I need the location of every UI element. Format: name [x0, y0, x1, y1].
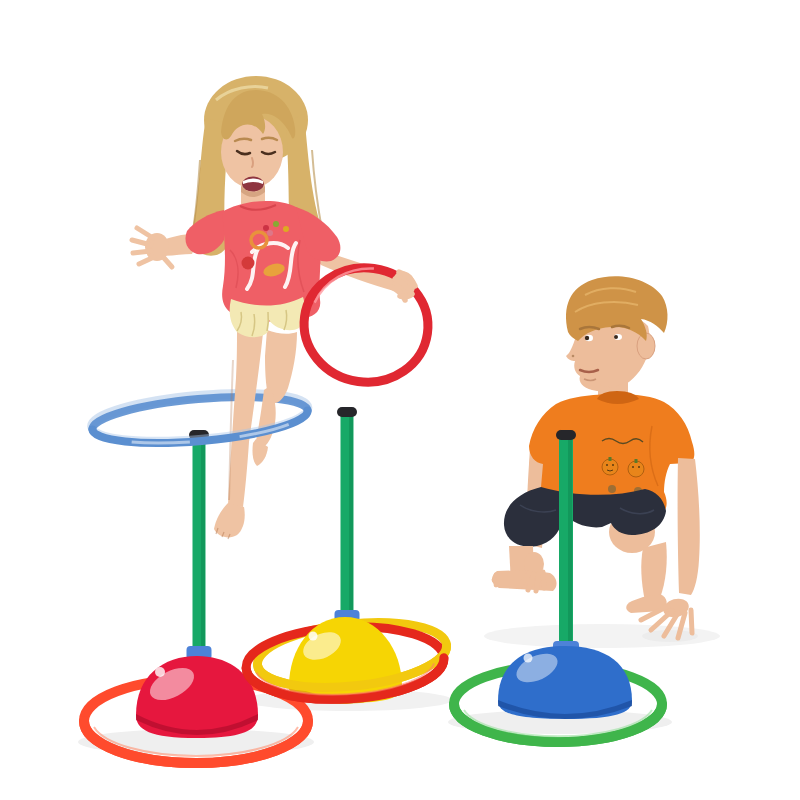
product-photo-ring-toss: [0, 0, 800, 800]
girl-nose: [252, 158, 253, 167]
left-pole-shade: [201, 436, 205, 660]
middle-pole-shade: [349, 413, 353, 620]
boy-eye: [585, 336, 589, 340]
girl-shirt: [185, 201, 340, 322]
girl-player: [132, 76, 395, 539]
middle-pole-cap: [337, 407, 357, 417]
pumpkin-icon2: [628, 461, 644, 477]
boy-right-arm: [678, 458, 700, 595]
base-yellow-group: [244, 614, 449, 704]
right-pole-shade: [568, 436, 572, 648]
pumpkin-icon: [602, 459, 618, 475]
boy-eye2: [614, 335, 618, 339]
post-left: [187, 430, 212, 660]
girl-skin: [145, 116, 395, 537]
ring-toss-illustration: [0, 0, 800, 800]
girl-right-foot: [214, 503, 245, 537]
boy-player: [492, 276, 700, 638]
boy-legs: [492, 542, 667, 613]
post-middle: [335, 407, 360, 624]
right-pole-cap: [556, 430, 576, 440]
boy-nostril: [572, 355, 575, 358]
